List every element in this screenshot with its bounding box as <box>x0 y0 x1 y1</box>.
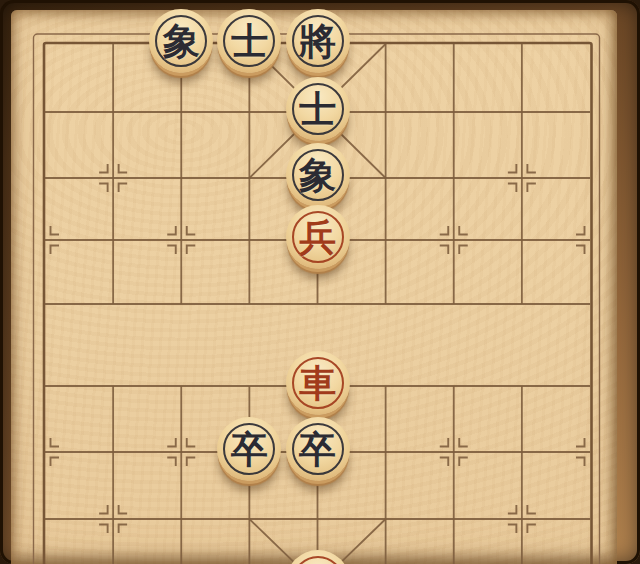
board-point-f6-r1[interactable] <box>420 80 488 148</box>
board-point-f0-r0[interactable] <box>11 8 79 80</box>
piece-red-soldier[interactable]: 兵 <box>286 205 350 269</box>
piece-character: 將 <box>286 9 350 73</box>
board-point-f6-r5[interactable] <box>420 340 488 436</box>
piece-red-chariot[interactable]: 車 <box>286 351 350 415</box>
board-point-f5-r1[interactable] <box>352 80 420 148</box>
piece-black-elephant[interactable]: 象 <box>149 9 213 73</box>
board-point-f8-r2[interactable] <box>556 148 624 212</box>
board-point-f6-r0[interactable] <box>420 8 488 80</box>
board-point-f0-r3[interactable] <box>11 212 79 272</box>
board-point-f0-r1[interactable] <box>11 80 79 148</box>
board-point-f8-r4[interactable] <box>556 272 624 340</box>
piece-character: 卒 <box>286 417 350 481</box>
piece-character: 車 <box>286 351 350 415</box>
board-point-f7-r5[interactable] <box>488 340 556 436</box>
piece-black-soldier[interactable]: 卒 <box>286 417 350 481</box>
board-point-f2-r3[interactable] <box>147 212 215 272</box>
board-point-f0-r7[interactable] <box>11 472 79 564</box>
board-point-f8-r1[interactable] <box>556 80 624 148</box>
piece-black-advisor[interactable]: 士 <box>217 9 281 73</box>
board-point-f5-r2[interactable] <box>352 148 420 212</box>
board-point-f8-r7[interactable] <box>556 472 624 564</box>
board-point-f1-r6[interactable] <box>79 436 147 472</box>
board-point-f2-r4[interactable] <box>147 272 215 340</box>
board-point-f6-r2[interactable] <box>420 148 488 212</box>
board-point-f3-r2[interactable] <box>215 148 283 212</box>
board-point-f8-r6[interactable] <box>556 436 624 472</box>
board-point-f7-r6[interactable] <box>488 436 556 472</box>
board-point-f4-r4[interactable] <box>283 272 351 340</box>
board-point-f5-r7[interactable] <box>352 472 420 564</box>
board-point-f3-r1[interactable] <box>215 80 283 148</box>
board-point-f0-r2[interactable] <box>11 148 79 212</box>
piece-black-elephant[interactable]: 象 <box>286 143 350 207</box>
board-point-f6-r3[interactable] <box>420 212 488 272</box>
board-point-f5-r4[interactable] <box>352 272 420 340</box>
board-point-f8-r0[interactable] <box>556 8 624 80</box>
board-point-f7-r4[interactable] <box>488 272 556 340</box>
piece-character: 象 <box>286 143 350 207</box>
board-point-f1-r3[interactable] <box>79 212 147 272</box>
board-point-f7-r3[interactable] <box>488 212 556 272</box>
board-point-f6-r4[interactable] <box>420 272 488 340</box>
piece-character: 士 <box>217 9 281 73</box>
board-point-f3-r3[interactable] <box>215 212 283 272</box>
board-point-f2-r5[interactable] <box>147 340 215 436</box>
board-point-f1-r1[interactable] <box>79 80 147 148</box>
board-point-f7-r1[interactable] <box>488 80 556 148</box>
board-point-f8-r5[interactable] <box>556 340 624 436</box>
piece-red-general[interactable]: 帥 <box>286 550 350 564</box>
piece-character: 兵 <box>286 205 350 269</box>
piece-character: 象 <box>149 9 213 73</box>
xiangqi-board: 象士將士象兵車卒卒帥 <box>0 0 640 564</box>
board-point-f2-r1[interactable] <box>147 80 215 148</box>
board-point-f1-r7[interactable] <box>79 472 147 564</box>
board-point-f5-r0[interactable] <box>352 8 420 80</box>
board-point-f6-r7[interactable] <box>420 472 488 564</box>
piece-black-advisor[interactable]: 士 <box>286 77 350 141</box>
piece-character: 士 <box>286 77 350 141</box>
board-point-f5-r6[interactable] <box>352 436 420 472</box>
piece-black-general[interactable]: 將 <box>286 9 350 73</box>
board-point-f5-r3[interactable] <box>352 212 420 272</box>
board-point-f7-r2[interactable] <box>488 148 556 212</box>
board-point-f3-r4[interactable] <box>215 272 283 340</box>
piece-character: 帥 <box>286 550 350 564</box>
board-point-f0-r4[interactable] <box>11 272 79 340</box>
board-point-f1-r4[interactable] <box>79 272 147 340</box>
board-point-f6-r6[interactable] <box>420 436 488 472</box>
board-point-f0-r6[interactable] <box>11 436 79 472</box>
board-point-f7-r7[interactable] <box>488 472 556 564</box>
board-point-f0-r5[interactable] <box>11 340 79 436</box>
board-point-f8-r3[interactable] <box>556 212 624 272</box>
board-point-f1-r0[interactable] <box>79 8 147 80</box>
board-point-f5-r5[interactable] <box>352 340 420 436</box>
piece-character: 卒 <box>217 417 281 481</box>
board-point-f2-r7[interactable] <box>147 472 215 564</box>
board-point-f2-r6[interactable] <box>147 436 215 472</box>
board-point-f7-r0[interactable] <box>488 8 556 80</box>
board-point-f2-r2[interactable] <box>147 148 215 212</box>
board-point-f1-r2[interactable] <box>79 148 147 212</box>
board-point-f1-r5[interactable] <box>79 340 147 436</box>
piece-black-soldier[interactable]: 卒 <box>217 417 281 481</box>
board-point-f3-r7[interactable] <box>215 472 283 564</box>
